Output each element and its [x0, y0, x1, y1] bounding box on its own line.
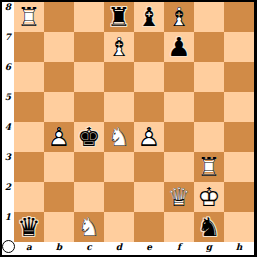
- square-c5[interactable]: [74, 92, 104, 122]
- file-label-d: d: [104, 242, 134, 255]
- square-e6[interactable]: [134, 62, 164, 92]
- rank-label-1: 1: [2, 212, 14, 242]
- square-f8[interactable]: ♝♗: [164, 2, 194, 32]
- file-label-f: f: [164, 242, 194, 255]
- square-f5[interactable]: [164, 92, 194, 122]
- square-h5[interactable]: [224, 92, 254, 122]
- square-f1[interactable]: [164, 212, 194, 242]
- square-a7[interactable]: [14, 32, 44, 62]
- piece-white-rook: ♜♖: [14, 2, 44, 32]
- square-h1[interactable]: [224, 212, 254, 242]
- square-c6[interactable]: [74, 62, 104, 92]
- piece-white-pawn: ♟♙: [44, 122, 74, 152]
- piece-white-knight: ♞♘: [74, 212, 104, 242]
- chess-diagram: 8 7 6 5 4 3 2 1 ♜♖♜♝♝♗♝♗♟♟♙♚♞♘♟♙♜♖♛♕♚♔♛♞…: [0, 0, 257, 257]
- square-b2[interactable]: [44, 182, 74, 212]
- rank-label-4: 4: [2, 122, 14, 152]
- square-f6[interactable]: [164, 62, 194, 92]
- square-g6[interactable]: [194, 62, 224, 92]
- square-h8[interactable]: [224, 2, 254, 32]
- file-label-g: g: [194, 242, 224, 255]
- square-g4[interactable]: [194, 122, 224, 152]
- file-label-h: h: [224, 242, 254, 255]
- file-label-a: a: [14, 242, 44, 255]
- square-e2[interactable]: [134, 182, 164, 212]
- square-c2[interactable]: [74, 182, 104, 212]
- file-label-c: c: [74, 242, 104, 255]
- square-f2[interactable]: ♛♕: [164, 182, 194, 212]
- piece-white-pawn: ♟♙: [134, 122, 164, 152]
- piece-white-bishop: ♝♗: [104, 32, 134, 62]
- piece-black-knight: ♞: [194, 212, 224, 242]
- piece-white-knight: ♞♘: [104, 122, 134, 152]
- square-h3[interactable]: [224, 152, 254, 182]
- square-h7[interactable]: [224, 32, 254, 62]
- square-f3[interactable]: [164, 152, 194, 182]
- piece-black-bishop: ♝: [134, 2, 164, 32]
- square-a8[interactable]: ♜♖: [14, 2, 44, 32]
- square-a5[interactable]: [14, 92, 44, 122]
- rank-label-6: 6: [2, 62, 14, 92]
- square-e3[interactable]: [134, 152, 164, 182]
- square-b7[interactable]: [44, 32, 74, 62]
- piece-black-queen: ♛: [14, 212, 44, 242]
- file-labels: a b c d e f g h: [14, 242, 254, 255]
- piece-white-king: ♚♔: [194, 182, 224, 212]
- piece-black-king: ♚: [74, 122, 104, 152]
- square-a6[interactable]: [14, 62, 44, 92]
- rank-label-7: 7: [2, 32, 14, 62]
- file-label-b: b: [44, 242, 74, 255]
- square-d8[interactable]: ♜: [104, 2, 134, 32]
- square-a4[interactable]: [14, 122, 44, 152]
- square-c4[interactable]: ♚: [74, 122, 104, 152]
- square-d1[interactable]: [104, 212, 134, 242]
- rank-label-8: 8: [2, 2, 14, 32]
- square-g2[interactable]: ♚♔: [194, 182, 224, 212]
- piece-white-bishop: ♝♗: [164, 2, 194, 32]
- square-c7[interactable]: [74, 32, 104, 62]
- piece-black-rook: ♜: [104, 2, 134, 32]
- square-h4[interactable]: [224, 122, 254, 152]
- square-g1[interactable]: ♞: [194, 212, 224, 242]
- square-d2[interactable]: [104, 182, 134, 212]
- square-a2[interactable]: [14, 182, 44, 212]
- rank-labels: 8 7 6 5 4 3 2 1: [2, 2, 14, 242]
- square-d3[interactable]: [104, 152, 134, 182]
- square-c3[interactable]: [74, 152, 104, 182]
- rank-label-2: 2: [2, 182, 14, 212]
- square-a3[interactable]: [14, 152, 44, 182]
- square-h2[interactable]: [224, 182, 254, 212]
- rank-label-5: 5: [2, 92, 14, 122]
- board-grid: ♜♖♜♝♝♗♝♗♟♟♙♚♞♘♟♙♜♖♛♕♚♔♛♞♘♞: [14, 2, 254, 242]
- square-f7[interactable]: ♟: [164, 32, 194, 62]
- piece-black-pawn: ♟: [164, 32, 194, 62]
- square-g5[interactable]: [194, 92, 224, 122]
- square-a1[interactable]: ♛: [14, 212, 44, 242]
- square-e5[interactable]: [134, 92, 164, 122]
- square-d6[interactable]: [104, 62, 134, 92]
- rank-label-3: 3: [2, 152, 14, 182]
- square-c1[interactable]: ♞♘: [74, 212, 104, 242]
- piece-white-rook: ♜♖: [194, 152, 224, 182]
- file-label-e: e: [134, 242, 164, 255]
- square-e7[interactable]: [134, 32, 164, 62]
- square-d5[interactable]: [104, 92, 134, 122]
- square-e4[interactable]: ♟♙: [134, 122, 164, 152]
- square-b4[interactable]: ♟♙: [44, 122, 74, 152]
- square-g3[interactable]: ♜♖: [194, 152, 224, 182]
- square-g7[interactable]: [194, 32, 224, 62]
- square-d4[interactable]: ♞♘: [104, 122, 134, 152]
- square-h6[interactable]: [224, 62, 254, 92]
- square-g8[interactable]: [194, 2, 224, 32]
- square-b3[interactable]: [44, 152, 74, 182]
- square-b8[interactable]: [44, 2, 74, 32]
- square-c8[interactable]: [74, 2, 104, 32]
- square-e8[interactable]: ♝: [134, 2, 164, 32]
- square-d7[interactable]: ♝♗: [104, 32, 134, 62]
- square-f4[interactable]: [164, 122, 194, 152]
- square-e1[interactable]: [134, 212, 164, 242]
- square-b5[interactable]: [44, 92, 74, 122]
- square-b6[interactable]: [44, 62, 74, 92]
- piece-white-queen: ♛♕: [164, 182, 194, 212]
- square-b1[interactable]: [44, 212, 74, 242]
